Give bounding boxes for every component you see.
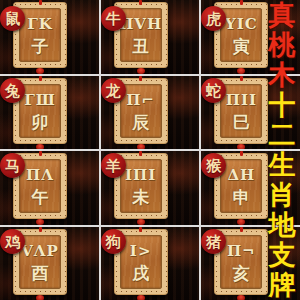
tile-cell-snake: 蛇 ΠΙΙ 巳 <box>201 76 300 150</box>
zodiac-label: 狗 <box>106 234 121 249</box>
zodiac-label: 牛 <box>106 11 121 26</box>
seal-symbol: YΙC <box>225 12 258 36</box>
branch-character: 午 <box>32 189 49 207</box>
zodiac-badge-rat: 鼠 <box>0 6 25 31</box>
tile-cell-goat: 羊 ΙΠΙ 未 <box>101 151 200 225</box>
seal-symbol: Π⌐ <box>126 88 155 112</box>
tassel-knot-icon <box>237 219 245 225</box>
tablet-panel: ΙΠΙ 未 <box>120 159 162 213</box>
cord-knot-icon <box>39 151 42 156</box>
cord-knot-icon <box>240 151 243 156</box>
zodiac-label: 龙 <box>106 83 121 98</box>
tassel-knot-icon <box>237 295 245 300</box>
seal-symbol: VΛΡ <box>21 239 59 263</box>
branch-character: 巳 <box>233 114 250 132</box>
product-photo-zodiac-plaques: 鼠 ΓK 子 牛 ΠVΗ 丑 虎 <box>0 0 300 300</box>
tassel-knot-icon <box>36 144 44 150</box>
tassel-knot-icon <box>237 68 245 74</box>
zodiac-label: 鼠 <box>5 11 20 26</box>
tablet-panel: ΠΛ 午 <box>19 159 61 213</box>
zodiac-label: 鸡 <box>5 234 20 249</box>
tassel-knot-icon <box>137 219 145 225</box>
branch-character: 寅 <box>233 38 250 56</box>
cord-knot-icon <box>139 227 142 232</box>
cord-knot-icon <box>39 0 42 5</box>
tassel-knot-icon <box>36 295 44 300</box>
tablet-panel: ΔΗ 申 <box>220 159 262 213</box>
tile-cell-rat: 鼠 ΓK 子 <box>0 0 99 74</box>
cord-knot-icon <box>139 76 142 81</box>
zodiac-badge-horse: 马 <box>0 153 25 178</box>
branch-character: 辰 <box>132 114 149 132</box>
tile-cell-horse: 马 ΠΛ 午 <box>0 151 99 225</box>
branch-character: 戌 <box>132 265 149 283</box>
zodiac-badge-rabbit: 兔 <box>0 78 25 103</box>
tablet-panel: Π⌐ 辰 <box>120 84 162 138</box>
tablet-panel: ΓШ 卯 <box>19 84 61 138</box>
tile-cell-rooster: 鸡 VΛΡ 酉 <box>0 227 99 300</box>
seal-symbol: ΔΗ <box>227 163 255 187</box>
tablet-panel: Ι> 戌 <box>120 235 162 289</box>
tablet-panel: ΠVΗ 丑 <box>120 8 162 62</box>
seal-symbol: Π¬ <box>227 239 256 263</box>
cord-knot-icon <box>39 227 42 232</box>
tablet-panel: VΛΡ 酉 <box>19 235 61 289</box>
branch-character: 申 <box>233 189 250 207</box>
cord-knot-icon <box>139 151 142 156</box>
tile-cell-tiger: 虎 YΙC 寅 <box>201 0 300 74</box>
tassel-knot-icon <box>36 68 44 74</box>
branch-character: 亥 <box>233 265 250 283</box>
zodiac-label: 羊 <box>106 158 121 173</box>
tassel-knot-icon <box>137 295 145 300</box>
branch-character: 子 <box>32 38 49 56</box>
tile-cell-pig: 猪 Π¬ 亥 <box>201 227 300 300</box>
zodiac-badge-dog: 狗 <box>101 229 126 254</box>
branch-character: 未 <box>132 189 149 207</box>
seal-symbol: ΓШ <box>24 88 56 112</box>
tassel-knot-icon <box>137 144 145 150</box>
zodiac-label: 兔 <box>5 83 20 98</box>
tablet-panel: ΓK 子 <box>19 8 61 62</box>
seal-symbol: ΓK <box>27 12 53 36</box>
cord-knot-icon <box>240 227 243 232</box>
cord-knot-icon <box>240 0 243 5</box>
seal-symbol: ΙΠΙ <box>125 163 156 187</box>
zodiac-badge-rooster: 鸡 <box>0 229 25 254</box>
tablet-panel: Π¬ 亥 <box>220 235 262 289</box>
zodiac-label: 虎 <box>206 11 221 26</box>
zodiac-badge-pig: 猪 <box>201 229 226 254</box>
cord-knot-icon <box>240 76 243 81</box>
zodiac-badge-snake: 蛇 <box>201 78 226 103</box>
zodiac-label: 马 <box>5 158 20 173</box>
tassel-knot-icon <box>137 68 145 74</box>
tile-collage-grid: 鼠 ΓK 子 牛 ΠVΗ 丑 虎 <box>0 0 300 300</box>
zodiac-label: 猴 <box>206 158 221 173</box>
tile-cell-dog: 狗 Ι> 戌 <box>101 227 200 300</box>
branch-character: 酉 <box>32 265 49 283</box>
cord-knot-icon <box>139 0 142 5</box>
seal-symbol: ΠΙΙ <box>226 88 257 112</box>
zodiac-badge-dragon: 龙 <box>101 78 126 103</box>
zodiac-badge-goat: 羊 <box>101 153 126 178</box>
tile-cell-monkey: 猴 ΔΗ 申 <box>201 151 300 225</box>
tile-cell-ox: 牛 ΠVΗ 丑 <box>101 0 200 74</box>
zodiac-badge-ox: 牛 <box>101 6 126 31</box>
tile-cell-rabbit: 兔 ΓШ 卯 <box>0 76 99 150</box>
tassel-knot-icon <box>36 219 44 225</box>
seal-symbol: ΠΛ <box>26 163 54 187</box>
seal-symbol: Ι> <box>130 239 152 263</box>
tile-cell-dragon: 龙 Π⌐ 辰 <box>101 76 200 150</box>
tassel-knot-icon <box>237 144 245 150</box>
tablet-panel: ΠΙΙ 巳 <box>220 84 262 138</box>
branch-character: 丑 <box>132 38 149 56</box>
branch-character: 卯 <box>32 114 49 132</box>
cord-knot-icon <box>39 76 42 81</box>
tablet-panel: YΙC 寅 <box>220 8 262 62</box>
zodiac-label: 猪 <box>206 234 221 249</box>
zodiac-label: 蛇 <box>206 83 221 98</box>
